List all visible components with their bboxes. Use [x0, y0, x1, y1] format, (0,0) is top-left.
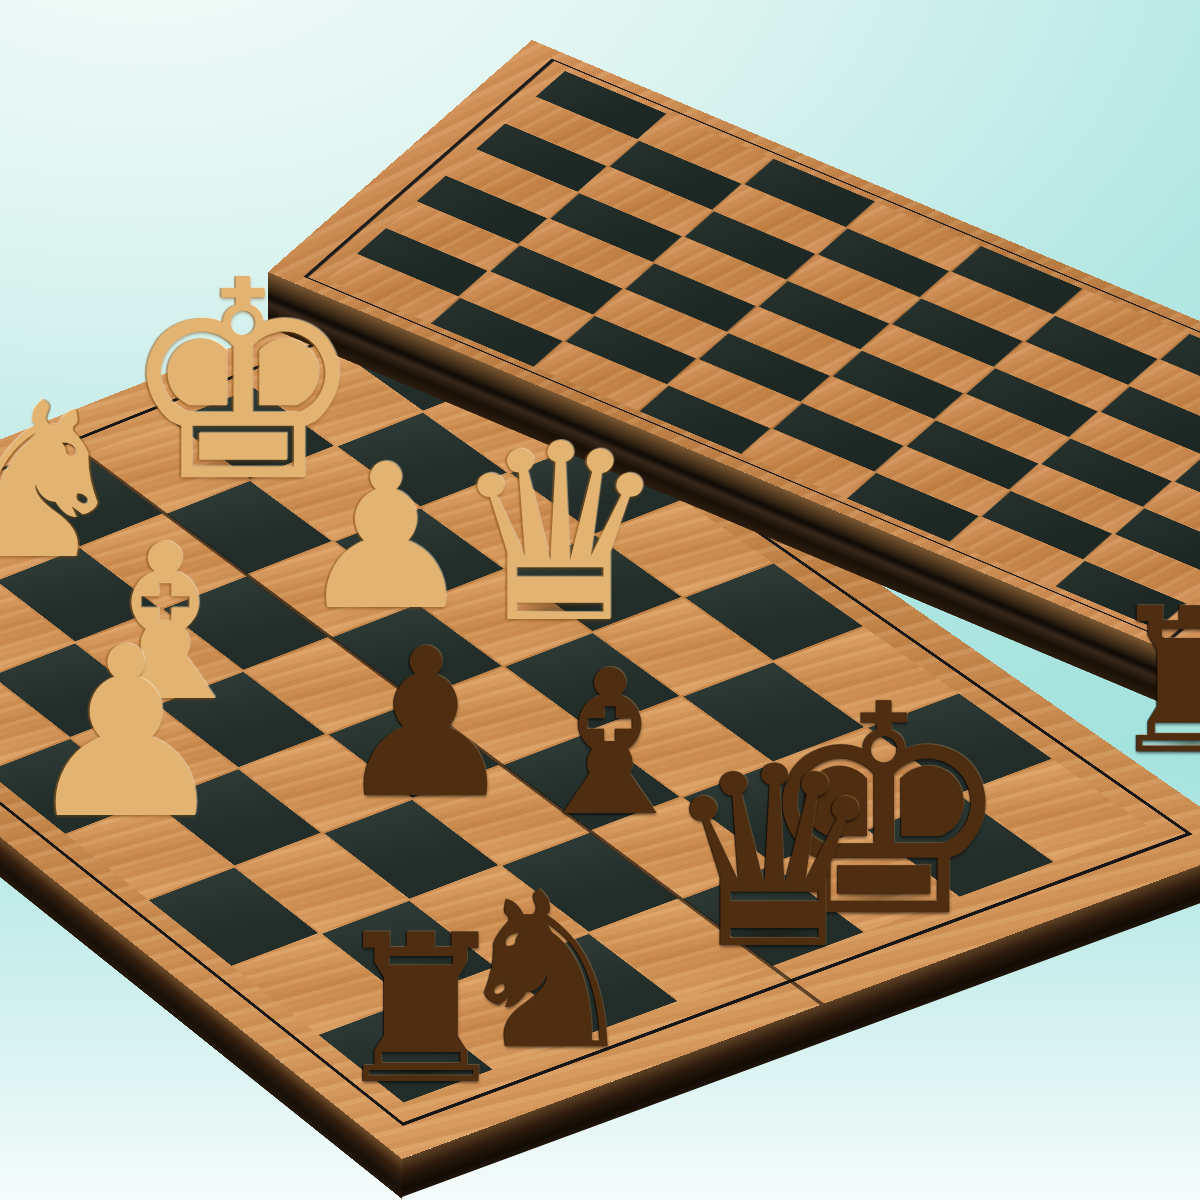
black-pawn-glyph: ♟ — [334, 622, 518, 827]
pieces-layer: ♞♚♝♟♟♛♟♝♛♚♜♞♜ — [0, 0, 1200, 1200]
black-rook-1-glyph: ♜ — [329, 908, 513, 1113]
black-queen-glyph: ♛ — [662, 734, 886, 984]
scene: ♞♚♝♟♟♛♟♝♛♚♜♞♜ — [0, 0, 1200, 1200]
black-rook-2-glyph: ♜ — [1103, 582, 1200, 782]
white-pawn-1-glyph: ♟ — [21, 616, 232, 851]
